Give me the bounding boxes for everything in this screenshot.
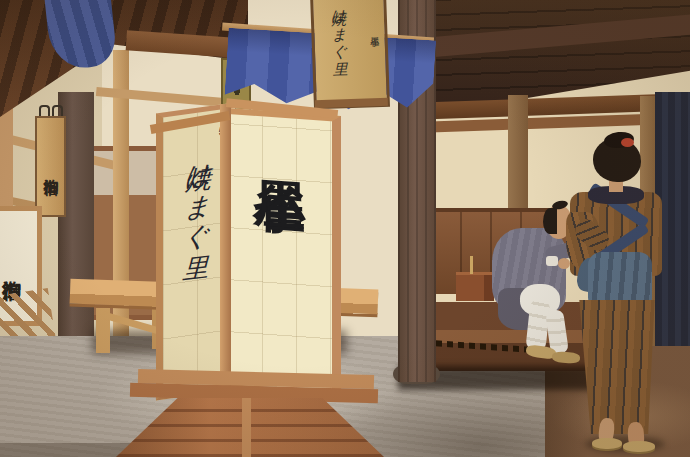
woman-zori-sandal-2 xyxy=(623,441,655,452)
diorama-photo: 御泊宿 御泊宿 焼はまぐ里 小雀屋 xyxy=(0,0,690,457)
woman-zori-sandal xyxy=(592,438,622,449)
woman-hair-ornament xyxy=(621,138,634,147)
box-handle xyxy=(470,256,473,274)
lantern-front-face: 小雀屋 xyxy=(228,108,341,400)
lantern-shop-name: 小雀屋 xyxy=(246,137,314,390)
man-wrist-cuff-2 xyxy=(546,256,558,266)
lantern-side-text: 焼はまぐ里 xyxy=(182,145,213,238)
man-hair xyxy=(543,208,557,234)
lodging-plaque: 御泊宿 xyxy=(35,116,66,217)
lantern-base-center-rail xyxy=(242,398,251,457)
sign-batten xyxy=(315,98,388,109)
hanging-sign-board: 焼はまぐ里 小雀屋 xyxy=(310,0,390,109)
hanging-sign-main-text: 焼はまぐ里 xyxy=(329,0,347,51)
lantern-corner-frame xyxy=(220,104,231,392)
smoking-box xyxy=(456,272,494,301)
man-hand-2 xyxy=(558,258,570,269)
